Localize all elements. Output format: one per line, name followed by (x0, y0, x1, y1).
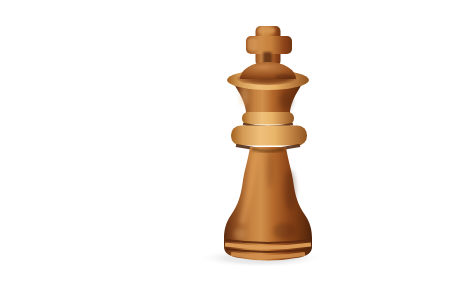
chess-king-photo (0, 0, 450, 300)
photo-canvas (0, 0, 450, 300)
cross-finial-icon (246, 26, 292, 66)
crown (227, 62, 309, 118)
king-piece (0, 0, 450, 300)
bead-ring (242, 112, 294, 127)
collar-disc (231, 126, 307, 150)
stem-and-base (224, 147, 312, 261)
